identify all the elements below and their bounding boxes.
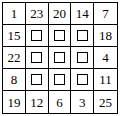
grid-cell-empty[interactable] — [26, 25, 49, 47]
grid-cell-given: 11 — [94, 69, 117, 91]
empty-cell-box[interactable] — [77, 52, 88, 63]
grid-cell-given: 4 — [94, 47, 117, 69]
empty-cell-box[interactable] — [31, 30, 42, 41]
cell-number: 7 — [102, 7, 109, 20]
grid-cell-given: 14 — [71, 3, 94, 25]
empty-cell-box[interactable] — [54, 74, 65, 85]
cell-number: 11 — [99, 73, 112, 86]
cell-number: 12 — [30, 96, 43, 109]
cell-number: 25 — [99, 96, 112, 109]
cell-number: 20 — [53, 7, 66, 20]
grid-cell-given: 22 — [3, 47, 26, 69]
grid-cell-empty[interactable] — [49, 25, 72, 47]
grid-cell-empty[interactable] — [26, 47, 49, 69]
puzzle-board: 12320147151822481119126325 — [2, 2, 118, 114]
grid-cell-given: 25 — [94, 91, 117, 113]
empty-cell-box[interactable] — [77, 30, 88, 41]
cell-number: 18 — [99, 29, 112, 42]
empty-cell-box[interactable] — [31, 52, 42, 63]
cell-number: 19 — [7, 96, 20, 109]
cell-number: 8 — [11, 73, 18, 86]
grid-cell-empty[interactable] — [71, 25, 94, 47]
cell-number: 22 — [7, 51, 20, 64]
grid-cell-given: 15 — [3, 25, 26, 47]
grid-cell-given: 1 — [3, 3, 26, 25]
grid-cell-given: 7 — [94, 3, 117, 25]
grid-cell-given: 6 — [49, 91, 72, 113]
cell-number: 4 — [102, 51, 109, 64]
grid-cell-given: 12 — [26, 91, 49, 113]
empty-cell-box[interactable] — [77, 74, 88, 85]
cell-number: 6 — [56, 96, 63, 109]
grid-cell-given: 23 — [26, 3, 49, 25]
cell-number: 15 — [7, 29, 20, 42]
grid-cell-given: 18 — [94, 25, 117, 47]
cell-number: 23 — [30, 7, 43, 20]
grid-cell-empty[interactable] — [26, 69, 49, 91]
grid-cell-empty[interactable] — [71, 69, 94, 91]
cell-number: 3 — [79, 96, 86, 109]
grid-cell-empty[interactable] — [49, 47, 72, 69]
grid-cell-given: 3 — [71, 91, 94, 113]
empty-cell-box[interactable] — [31, 74, 42, 85]
grid-cell-given: 8 — [3, 69, 26, 91]
grid-cell-given: 19 — [3, 91, 26, 113]
grid-cell-empty[interactable] — [49, 69, 72, 91]
grid-cell-given: 20 — [49, 3, 72, 25]
empty-cell-box[interactable] — [54, 52, 65, 63]
cell-number: 14 — [76, 7, 89, 20]
empty-cell-box[interactable] — [54, 30, 65, 41]
cell-number: 1 — [11, 7, 18, 20]
grid-cell-empty[interactable] — [71, 47, 94, 69]
